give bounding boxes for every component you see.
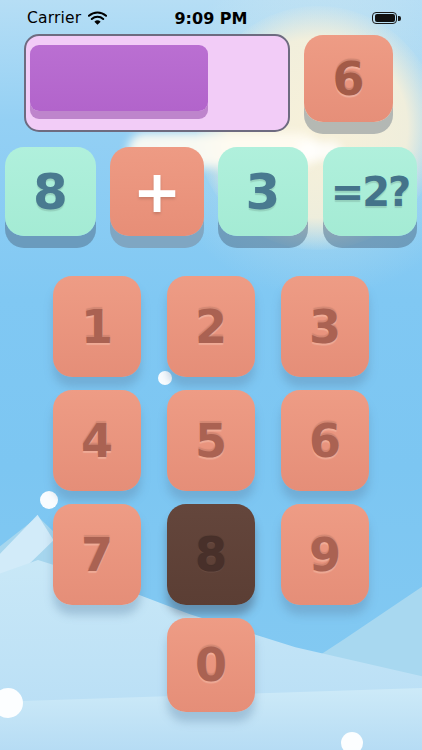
key-9[interactable]: 9	[281, 504, 369, 605]
staged-answer-tile: 6	[304, 35, 393, 122]
key-7[interactable]: 7	[53, 504, 141, 605]
key-0[interactable]: 0	[167, 618, 255, 712]
snow-particle	[341, 732, 363, 750]
equation-operand-value: 3	[246, 163, 281, 221]
key-6[interactable]: 6	[281, 390, 369, 491]
equation-operand-value: 8	[33, 163, 68, 221]
equation-result-prompt-tile: =2?	[323, 147, 417, 236]
battery-icon	[372, 12, 397, 25]
clock: 9:09 PM	[0, 9, 422, 28]
equation-operand-tile: 8	[5, 147, 96, 236]
key-3[interactable]: 3	[281, 276, 369, 377]
key-2[interactable]: 2	[167, 276, 255, 377]
plus-operator: +	[133, 158, 182, 226]
equation-operand-tile: 3	[218, 147, 308, 236]
key-4[interactable]: 4	[53, 390, 141, 491]
key-5[interactable]: 5	[167, 390, 255, 491]
status-bar: Carrier 9:09 PM	[0, 0, 422, 32]
key-8[interactable]: 8	[167, 504, 255, 605]
progress-bar	[24, 34, 290, 132]
game-screen: Carrier 9:09 PM 6 8 + 3 =2? 1 2 3	[0, 0, 422, 750]
key-1[interactable]: 1	[53, 276, 141, 377]
progress-fill	[30, 45, 208, 111]
equation-operator-tile: +	[110, 147, 204, 236]
equation-result-prompt: =2?	[331, 169, 410, 215]
number-keypad: 1 2 3 4 5 6 7 8 9 0	[53, 276, 369, 719]
staged-answer-value: 6	[332, 52, 364, 106]
